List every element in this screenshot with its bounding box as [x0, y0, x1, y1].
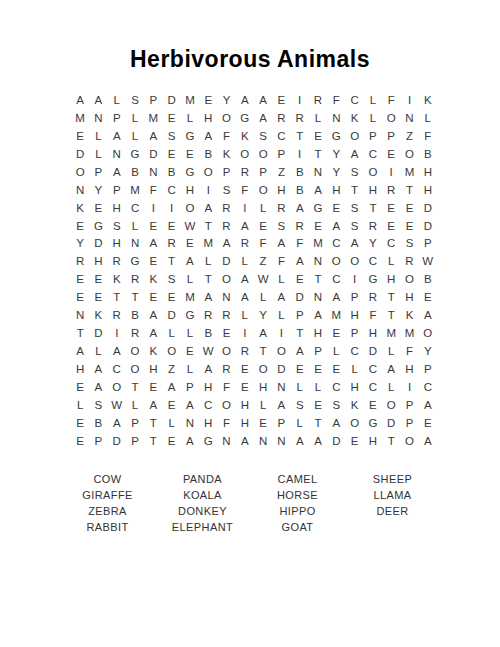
- cell-r11c3: K: [108, 270, 126, 288]
- cell-r3c18: P: [382, 127, 400, 145]
- cell-r11c16: I: [345, 270, 363, 288]
- cell-r12c3: T: [108, 288, 126, 306]
- cell-r5c16: S: [345, 163, 363, 181]
- cell-r19c13: L: [291, 414, 309, 432]
- cell-r11c10: A: [236, 270, 254, 288]
- word-column-3: CAMELHORSEHIPPOGOAT: [250, 471, 345, 535]
- cell-r1c4: S: [126, 91, 144, 109]
- cell-r12c6: E: [162, 288, 180, 306]
- cell-r12c2: E: [89, 288, 107, 306]
- cell-r2c14: L: [309, 109, 327, 127]
- cell-r13c13: P: [291, 306, 309, 324]
- cell-r4c15: Y: [327, 145, 345, 163]
- cell-r17c12: N: [272, 378, 290, 396]
- cell-r6c11: O: [254, 181, 272, 199]
- cell-r12c11: L: [254, 288, 272, 306]
- cell-r6c14: A: [309, 181, 327, 199]
- cell-r16c1: H: [71, 360, 89, 378]
- cell-r10c13: A: [291, 252, 309, 270]
- cell-r5c17: O: [364, 163, 382, 181]
- cell-r9c1: Y: [71, 235, 89, 253]
- cell-r3c14: E: [309, 127, 327, 145]
- word-column-1: COWGIRAFFEZEBRARABBIT: [60, 471, 155, 535]
- cell-r11c15: C: [327, 270, 345, 288]
- cell-r17c10: E: [236, 378, 254, 396]
- cell-r5c1: O: [71, 163, 89, 181]
- cell-r8c7: W: [181, 217, 199, 235]
- cell-r12c1: E: [71, 288, 89, 306]
- cell-r20c16: E: [345, 432, 363, 450]
- cell-r19c10: H: [236, 414, 254, 432]
- cell-r9c20: P: [419, 235, 437, 253]
- cell-r11c13: E: [291, 270, 309, 288]
- cell-r2c1: M: [71, 109, 89, 127]
- cell-r19c5: T: [144, 414, 162, 432]
- cell-r10c4: G: [126, 252, 144, 270]
- cell-r14c2: D: [89, 324, 107, 342]
- cell-r7c15: E: [327, 199, 345, 217]
- cell-r20c18: T: [382, 432, 400, 450]
- cell-r19c2: B: [89, 414, 107, 432]
- cell-r2c17: L: [364, 109, 382, 127]
- cell-r11c14: T: [309, 270, 327, 288]
- cell-r17c17: C: [364, 378, 382, 396]
- cell-r6c15: H: [327, 181, 345, 199]
- cell-r9c4: N: [126, 235, 144, 253]
- cell-r16c7: L: [181, 360, 199, 378]
- cell-r15c14: P: [309, 342, 327, 360]
- cell-r18c17: E: [364, 396, 382, 414]
- cell-r7c12: R: [272, 199, 290, 217]
- cell-r19c8: H: [199, 414, 217, 432]
- cell-r17c4: T: [126, 378, 144, 396]
- cell-r1c7: M: [181, 91, 199, 109]
- cell-r2c13: R: [291, 109, 309, 127]
- cell-r17c6: A: [162, 378, 180, 396]
- cell-r12c17: R: [364, 288, 382, 306]
- cell-r19c9: F: [217, 414, 235, 432]
- cell-r10c3: R: [108, 252, 126, 270]
- cell-r1c11: A: [254, 91, 272, 109]
- cell-r13c20: A: [419, 306, 437, 324]
- cell-r20c11: N: [254, 432, 272, 450]
- cell-r17c11: H: [254, 378, 272, 396]
- cell-r9c14: M: [309, 235, 327, 253]
- cell-r16c16: L: [345, 360, 363, 378]
- word-giraffe: GIRAFFE: [60, 487, 155, 503]
- cell-r12c18: T: [382, 288, 400, 306]
- cell-r4c10: O: [236, 145, 254, 163]
- cell-r11c2: E: [89, 270, 107, 288]
- word-koala: KOALA: [155, 487, 250, 503]
- cell-r17c18: L: [382, 378, 400, 396]
- cell-r10c10: L: [236, 252, 254, 270]
- cell-r1c3: L: [108, 91, 126, 109]
- cell-r4c2: L: [89, 145, 107, 163]
- cell-r1c17: L: [364, 91, 382, 109]
- word-search-page: Herbivorous Animals AALSPDMEYAAEIRFCLFIK…: [0, 0, 500, 647]
- cell-r13c12: L: [272, 306, 290, 324]
- cell-r12c16: P: [345, 288, 363, 306]
- cell-r2c11: A: [254, 109, 272, 127]
- cell-r8c15: A: [327, 217, 345, 235]
- cell-r16c6: Z: [162, 360, 180, 378]
- word-list: COWGIRAFFEZEBRARABBITPANDAKOALADONKEYELE…: [60, 471, 440, 535]
- cell-r4c17: C: [364, 145, 382, 163]
- cell-r15c17: D: [364, 342, 382, 360]
- cell-r19c19: P: [400, 414, 418, 432]
- cell-r19c3: A: [108, 414, 126, 432]
- cell-r12c8: A: [199, 288, 217, 306]
- cell-r7c14: G: [309, 199, 327, 217]
- cell-r16c18: A: [382, 360, 400, 378]
- cell-r11c6: S: [162, 270, 180, 288]
- cell-r3c1: E: [71, 127, 89, 145]
- cell-r18c14: E: [309, 396, 327, 414]
- cell-r5c19: M: [400, 163, 418, 181]
- cell-r2c2: N: [89, 109, 107, 127]
- cell-r11c4: R: [126, 270, 144, 288]
- cell-r13c1: N: [71, 306, 89, 324]
- cell-r19c1: E: [71, 414, 89, 432]
- cell-r4c19: O: [400, 145, 418, 163]
- cell-r5c14: N: [309, 163, 327, 181]
- word-cow: COW: [60, 471, 155, 487]
- cell-r6c9: S: [217, 181, 235, 199]
- cell-r15c20: Y: [419, 342, 437, 360]
- cell-r6c3: P: [108, 181, 126, 199]
- cell-r20c14: A: [309, 432, 327, 450]
- cell-r17c13: L: [291, 378, 309, 396]
- cell-r9c11: F: [254, 235, 272, 253]
- cell-r19c18: D: [382, 414, 400, 432]
- word-elephant: ELEPHANT: [155, 519, 250, 535]
- cell-r3c5: A: [144, 127, 162, 145]
- cell-r11c11: W: [254, 270, 272, 288]
- cell-r7c10: I: [236, 199, 254, 217]
- cell-r8c2: G: [89, 217, 107, 235]
- cell-r3c6: S: [162, 127, 180, 145]
- cell-r18c9: O: [217, 396, 235, 414]
- cell-r2c10: G: [236, 109, 254, 127]
- cell-r2c20: L: [419, 109, 437, 127]
- cell-r14c19: M: [400, 324, 418, 342]
- cell-r10c8: L: [199, 252, 217, 270]
- cell-r16c20: P: [419, 360, 437, 378]
- cell-r19c11: E: [254, 414, 272, 432]
- cell-r2c3: P: [108, 109, 126, 127]
- cell-r20c10: A: [236, 432, 254, 450]
- cell-r20c6: E: [162, 432, 180, 450]
- cell-r14c10: I: [236, 324, 254, 342]
- cell-r13c8: R: [199, 306, 217, 324]
- cell-r13c4: B: [126, 306, 144, 324]
- cell-r4c5: D: [144, 145, 162, 163]
- cell-r4c8: B: [199, 145, 217, 163]
- cell-r13c17: F: [364, 306, 382, 324]
- cell-r14c20: O: [419, 324, 437, 342]
- cell-r17c2: A: [89, 378, 107, 396]
- cell-r18c13: S: [291, 396, 309, 414]
- cell-r17c15: C: [327, 378, 345, 396]
- cell-r5c2: P: [89, 163, 107, 181]
- cell-r5c12: Z: [272, 163, 290, 181]
- cell-r12c10: A: [236, 288, 254, 306]
- word-deer: DEER: [345, 503, 440, 519]
- cell-r13c14: A: [309, 306, 327, 324]
- cell-r1c12: E: [272, 91, 290, 109]
- cell-r20c3: D: [108, 432, 126, 450]
- cell-r16c9: R: [217, 360, 235, 378]
- cell-r8c17: R: [364, 217, 382, 235]
- cell-r12c7: M: [181, 288, 199, 306]
- cell-r15c12: O: [272, 342, 290, 360]
- word-column-4: SHEEPLLAMADEER: [345, 471, 440, 519]
- cell-r2c16: K: [345, 109, 363, 127]
- cell-r2c6: E: [162, 109, 180, 127]
- cell-r15c15: L: [327, 342, 345, 360]
- cell-r9c12: A: [272, 235, 290, 253]
- cell-r10c2: H: [89, 252, 107, 270]
- cell-r4c7: E: [181, 145, 199, 163]
- word-zebra: ZEBRA: [60, 503, 155, 519]
- cell-r15c8: W: [199, 342, 217, 360]
- cell-r3c4: L: [126, 127, 144, 145]
- cell-r19c16: O: [345, 414, 363, 432]
- cell-r8c12: S: [272, 217, 290, 235]
- cell-r3c3: A: [108, 127, 126, 145]
- cell-r10c16: O: [345, 252, 363, 270]
- cell-r7c3: H: [108, 199, 126, 217]
- cell-r15c7: E: [181, 342, 199, 360]
- cell-r12c5: E: [144, 288, 162, 306]
- cell-r11c8: T: [199, 270, 217, 288]
- cell-r7c18: E: [382, 199, 400, 217]
- cell-r3c7: G: [181, 127, 199, 145]
- cell-r6c2: Y: [89, 181, 107, 199]
- cell-r11c1: E: [71, 270, 89, 288]
- cell-r20c5: T: [144, 432, 162, 450]
- cell-r20c15: D: [327, 432, 345, 450]
- cell-r18c6: E: [162, 396, 180, 414]
- cell-r17c14: L: [309, 378, 327, 396]
- cell-r18c18: O: [382, 396, 400, 414]
- cell-r9c13: F: [291, 235, 309, 253]
- cell-r3c15: G: [327, 127, 345, 145]
- cell-r15c4: O: [126, 342, 144, 360]
- cell-r15c9: O: [217, 342, 235, 360]
- cell-r12c9: N: [217, 288, 235, 306]
- word-column-2: PANDAKOALADONKEYELEPHANT: [155, 471, 250, 535]
- cell-r13c3: R: [108, 306, 126, 324]
- cell-r19c12: P: [272, 414, 290, 432]
- cell-r5c8: O: [199, 163, 217, 181]
- cell-r3c13: T: [291, 127, 309, 145]
- cell-r6c6: C: [162, 181, 180, 199]
- cell-r11c9: O: [217, 270, 235, 288]
- cell-r13c19: K: [400, 306, 418, 324]
- cell-r13c5: A: [144, 306, 162, 324]
- cell-r17c19: I: [400, 378, 418, 396]
- cell-r5c3: A: [108, 163, 126, 181]
- cell-r8c14: E: [309, 217, 327, 235]
- word-horse: HORSE: [250, 487, 345, 503]
- cell-r10c6: T: [162, 252, 180, 270]
- cell-r13c10: L: [236, 306, 254, 324]
- cell-r5c4: B: [126, 163, 144, 181]
- cell-r16c4: O: [126, 360, 144, 378]
- cell-r7c4: C: [126, 199, 144, 217]
- cell-r8c11: E: [254, 217, 272, 235]
- cell-r13c11: Y: [254, 306, 272, 324]
- cell-r20c1: E: [71, 432, 89, 450]
- cell-r7c8: A: [199, 199, 217, 217]
- cell-r10c9: D: [217, 252, 235, 270]
- cell-r8c1: E: [71, 217, 89, 235]
- cell-r15c16: C: [345, 342, 363, 360]
- cell-r17c16: H: [345, 378, 363, 396]
- cell-r3c17: P: [364, 127, 382, 145]
- cell-r6c4: M: [126, 181, 144, 199]
- cell-r3c20: F: [419, 127, 437, 145]
- cell-r8c10: A: [236, 217, 254, 235]
- cell-r9c16: A: [345, 235, 363, 253]
- cell-r4c12: P: [272, 145, 290, 163]
- cell-r4c14: T: [309, 145, 327, 163]
- cell-r5c7: G: [181, 163, 199, 181]
- cell-r17c3: O: [108, 378, 126, 396]
- cell-r1c15: F: [327, 91, 345, 109]
- word-hippo: HIPPO: [250, 503, 345, 519]
- cell-r8c9: R: [217, 217, 235, 235]
- cell-r10c12: F: [272, 252, 290, 270]
- cell-r15c10: R: [236, 342, 254, 360]
- cell-r10c15: O: [327, 252, 345, 270]
- cell-r17c20: C: [419, 378, 437, 396]
- cell-r4c3: N: [108, 145, 126, 163]
- cell-r6c10: F: [236, 181, 254, 199]
- cell-r10c1: R: [71, 252, 89, 270]
- cell-r8c16: S: [345, 217, 363, 235]
- cell-r11c19: O: [400, 270, 418, 288]
- cell-r15c3: A: [108, 342, 126, 360]
- cell-r4c11: O: [254, 145, 272, 163]
- cell-r8c13: R: [291, 217, 309, 235]
- cell-r14c18: M: [382, 324, 400, 342]
- cell-r2c9: O: [217, 109, 235, 127]
- cell-r6c12: H: [272, 181, 290, 199]
- cell-r18c20: A: [419, 396, 437, 414]
- cell-r18c16: K: [345, 396, 363, 414]
- cell-r11c7: L: [181, 270, 199, 288]
- cell-r7c9: R: [217, 199, 235, 217]
- cell-r1c20: K: [419, 91, 437, 109]
- word-camel: CAMEL: [250, 471, 345, 487]
- cell-r10c7: A: [181, 252, 199, 270]
- cell-r20c7: A: [181, 432, 199, 450]
- cell-r7c7: O: [181, 199, 199, 217]
- cell-r14c5: A: [144, 324, 162, 342]
- word-panda: PANDA: [155, 471, 250, 487]
- cell-r13c6: D: [162, 306, 180, 324]
- cell-r9c7: E: [181, 235, 199, 253]
- cell-r20c2: P: [89, 432, 107, 450]
- cell-r13c7: G: [181, 306, 199, 324]
- cell-r13c2: K: [89, 306, 107, 324]
- word-donkey: DONKEY: [155, 503, 250, 519]
- cell-r14c17: H: [364, 324, 382, 342]
- cell-r9c15: C: [327, 235, 345, 253]
- cell-r6c7: H: [181, 181, 199, 199]
- cell-r18c2: S: [89, 396, 107, 414]
- cell-r7c2: E: [89, 199, 107, 217]
- cell-r3c10: K: [236, 127, 254, 145]
- cell-r5c18: I: [382, 163, 400, 181]
- cell-r13c16: H: [345, 306, 363, 324]
- cell-r7c13: A: [291, 199, 309, 217]
- cell-r4c18: E: [382, 145, 400, 163]
- cell-r19c17: G: [364, 414, 382, 432]
- cell-r14c9: E: [217, 324, 235, 342]
- cell-r18c3: W: [108, 396, 126, 414]
- cell-r20c9: N: [217, 432, 235, 450]
- cell-r2c12: R: [272, 109, 290, 127]
- cell-r18c10: H: [236, 396, 254, 414]
- cell-r7c5: I: [144, 199, 162, 217]
- cell-r16c8: A: [199, 360, 217, 378]
- cell-r9c8: M: [199, 235, 217, 253]
- cell-r5c15: Y: [327, 163, 345, 181]
- cell-r17c1: E: [71, 378, 89, 396]
- cell-r14c3: I: [108, 324, 126, 342]
- cell-r14c6: L: [162, 324, 180, 342]
- cell-r4c4: G: [126, 145, 144, 163]
- cell-r17c5: E: [144, 378, 162, 396]
- cell-r8c3: S: [108, 217, 126, 235]
- cell-r2c5: M: [144, 109, 162, 127]
- cell-r6c19: T: [400, 181, 418, 199]
- cell-r5c5: N: [144, 163, 162, 181]
- cell-r3c2: L: [89, 127, 107, 145]
- cell-r11c20: B: [419, 270, 437, 288]
- cell-r6c13: B: [291, 181, 309, 199]
- cell-r8c19: E: [400, 217, 418, 235]
- cell-r1c2: A: [89, 91, 107, 109]
- cell-r14c4: R: [126, 324, 144, 342]
- cell-r14c14: H: [309, 324, 327, 342]
- cell-r11c18: H: [382, 270, 400, 288]
- cell-r6c1: N: [71, 181, 89, 199]
- cell-r19c20: E: [419, 414, 437, 432]
- word-goat: GOAT: [250, 519, 345, 535]
- cell-r1c6: D: [162, 91, 180, 109]
- cell-r2c8: H: [199, 109, 217, 127]
- cell-r4c16: A: [345, 145, 363, 163]
- cell-r16c12: D: [272, 360, 290, 378]
- cell-r1c1: A: [71, 91, 89, 109]
- cell-r16c17: C: [364, 360, 382, 378]
- cell-r2c18: O: [382, 109, 400, 127]
- cell-r14c12: I: [272, 324, 290, 342]
- cell-r8c18: E: [382, 217, 400, 235]
- cell-r5c6: B: [162, 163, 180, 181]
- cell-r16c2: A: [89, 360, 107, 378]
- cell-r19c6: L: [162, 414, 180, 432]
- cell-r9c9: A: [217, 235, 235, 253]
- cell-r4c6: E: [162, 145, 180, 163]
- cell-r6c5: F: [144, 181, 162, 199]
- cell-r9c3: H: [108, 235, 126, 253]
